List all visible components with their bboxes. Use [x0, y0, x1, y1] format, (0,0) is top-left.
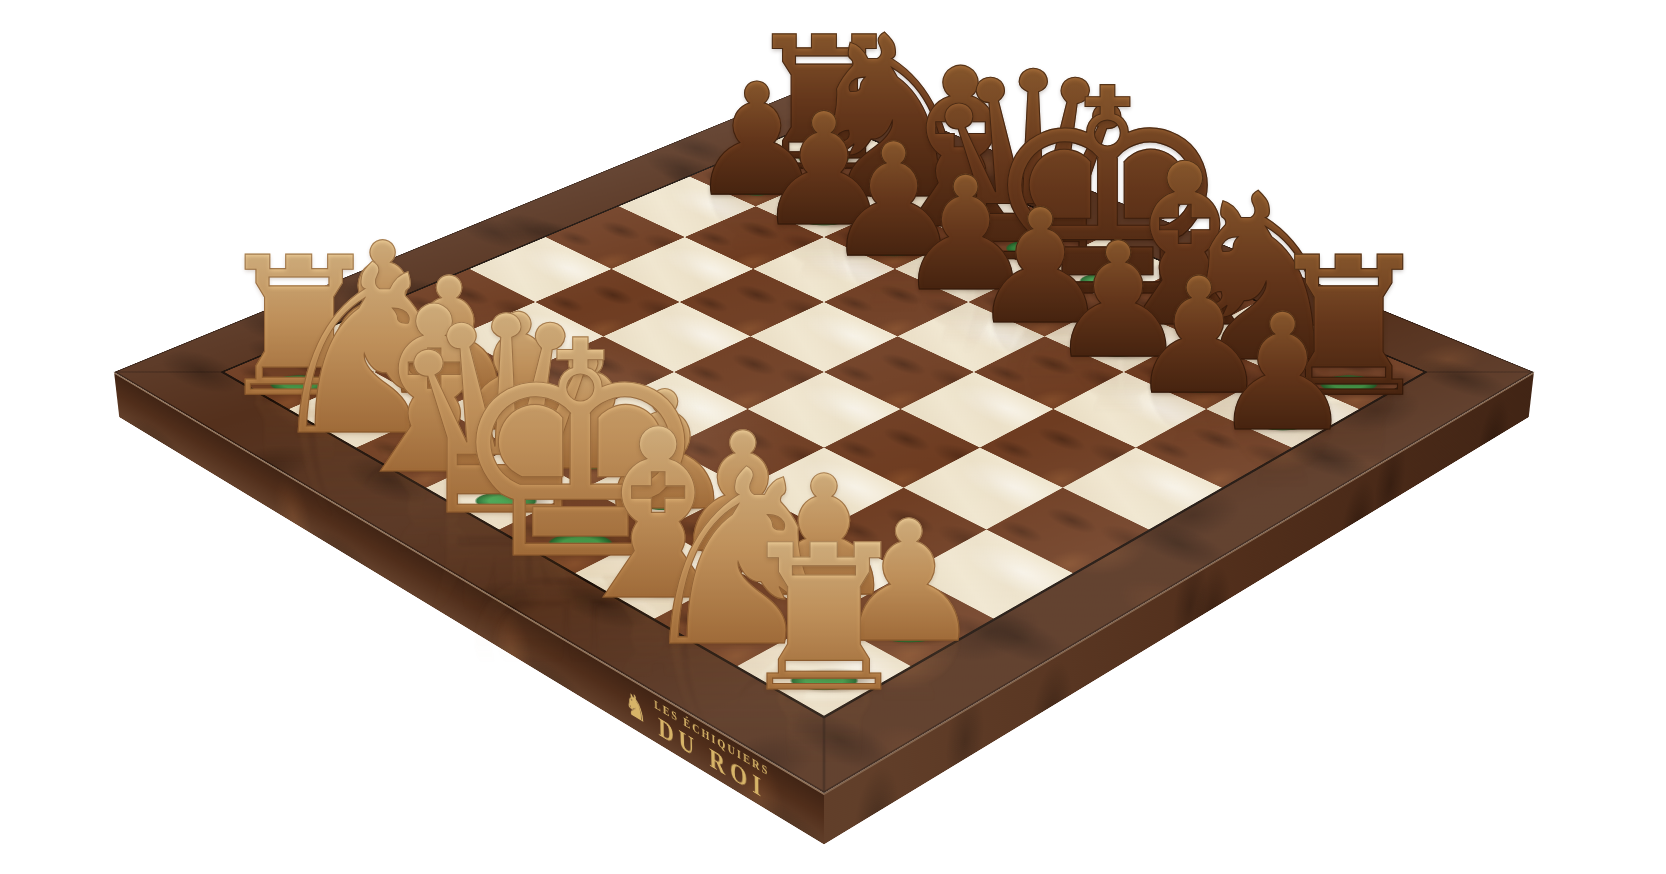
border-miter	[1422, 372, 1534, 373]
square-h1[interactable]	[737, 619, 910, 716]
square-h5[interactable]	[1063, 448, 1222, 530]
square-f2[interactable]	[662, 488, 824, 573]
square-h6[interactable]	[1136, 409, 1292, 488]
border-miter	[114, 372, 226, 373]
square-g5[interactable]	[980, 409, 1136, 488]
product-photo-stage: ♞ LES ÉCHIQUIERS DU ROI ♜♜♞♞♝♝♛♛♚♚♝♝♞♞♜♜…	[0, 0, 1666, 874]
board-scene: ♞ LES ÉCHIQUIERS DU ROI	[0, 0, 1666, 874]
square-d2[interactable]	[512, 409, 668, 488]
square-d3[interactable]	[595, 372, 748, 448]
square-c2[interactable]	[442, 372, 595, 448]
square-h2[interactable]	[824, 573, 994, 666]
square-e2[interactable]	[585, 448, 744, 530]
square-b1[interactable]	[289, 372, 442, 448]
square-d1[interactable]	[426, 448, 585, 530]
square-e1[interactable]	[499, 488, 661, 573]
board-squares	[224, 120, 1423, 716]
border-miter	[823, 715, 825, 794]
square-e3[interactable]	[668, 409, 824, 488]
square-g6[interactable]	[1053, 372, 1206, 448]
board-top-face	[114, 81, 1534, 793]
square-e4[interactable]	[748, 372, 901, 448]
square-f1[interactable]	[575, 529, 741, 618]
square-f4[interactable]	[824, 409, 980, 488]
square-h4[interactable]	[986, 488, 1148, 573]
square-g3[interactable]	[824, 488, 986, 573]
square-h3[interactable]	[907, 529, 1073, 618]
chess-board-3d: ♞ LES ÉCHIQUIERS DU ROI	[114, 81, 1534, 793]
square-c1[interactable]	[356, 409, 512, 488]
square-f3[interactable]	[744, 448, 903, 530]
border-miter	[823, 81, 825, 121]
square-f5[interactable]	[900, 372, 1053, 448]
square-h7[interactable]	[1206, 372, 1359, 448]
square-g4[interactable]	[904, 448, 1063, 530]
knight-rider-icon: ♞	[624, 685, 647, 729]
square-g1[interactable]	[654, 573, 824, 666]
square-g2[interactable]	[741, 529, 907, 618]
